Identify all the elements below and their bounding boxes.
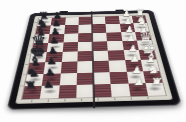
photo-canvas: ♜♞♝♛♚♝♞♜♟♟♟♟♟♟♟♟♟♟♟♟♟♟♟♟♜♞♝♛♚♝♞♜	[0, 0, 186, 122]
board-scene: ♜♞♝♛♚♝♞♜♟♟♟♟♟♟♟♟♟♟♟♟♟♟♟♟♜♞♝♛♚♝♞♜	[0, 0, 186, 122]
black-pawn[interactable]: ♟	[38, 77, 59, 92]
chess-board: ♜♞♝♛♚♝♞♜♟♟♟♟♟♟♟♟♟♟♟♟♟♟♟♟♜♞♝♛♚♝♞♜	[7, 10, 182, 110]
white-pawn[interactable]: ♟	[129, 74, 149, 89]
white-rook[interactable]: ♜	[146, 74, 167, 89]
